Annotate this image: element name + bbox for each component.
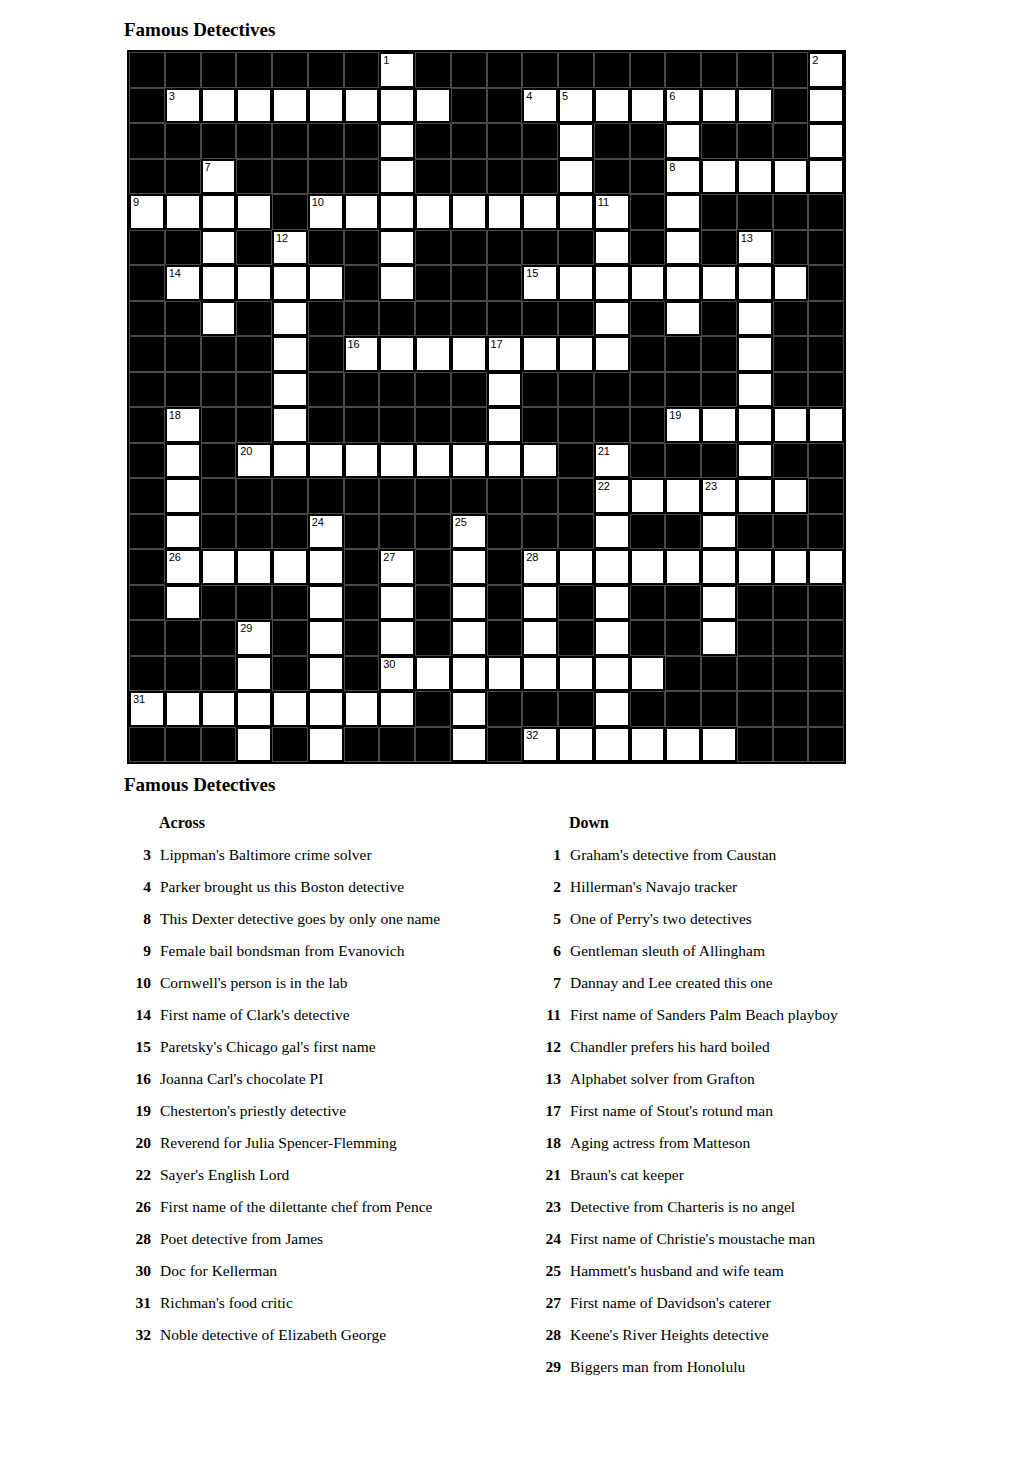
grid-block-r9c6	[308, 336, 344, 372]
down-clue-25: 25Hammett's husband and wife team	[541, 1259, 901, 1282]
grid-cell-r9c7[interactable]: 16	[344, 336, 380, 372]
grid-cell-r20c4[interactable]	[236, 727, 272, 763]
across-clue-text: Richman's food critic	[160, 1291, 486, 1314]
grid-cell-r5c3[interactable]	[201, 194, 237, 230]
grid-cell-r6c16[interactable]	[665, 230, 701, 266]
grid-cell-r17c6[interactable]	[308, 620, 344, 656]
grid-block-r6c1	[129, 230, 165, 266]
across-clue-22: 22Sayer's English Lord	[131, 1163, 486, 1186]
grid-block-r4c15	[630, 159, 666, 195]
grid-cell-r20c15[interactable]	[630, 727, 666, 763]
grid-cell-r11c11[interactable]	[487, 407, 523, 443]
across-clue-number: 26	[131, 1195, 151, 1218]
down-clue-18: 18Aging actress from Matteson	[541, 1131, 901, 1154]
grid-block-r10c8	[379, 372, 415, 408]
grid-cell-r8c5[interactable]	[272, 301, 308, 337]
grid-cell-r9c11[interactable]: 17	[487, 336, 523, 372]
down-clue-number: 28	[541, 1323, 561, 1346]
grid-block-r13c8	[379, 478, 415, 514]
grid-cell-r16c2[interactable]	[165, 585, 201, 621]
across-clue-number: 10	[131, 971, 151, 994]
grid-cell-r2c2[interactable]: 3	[165, 88, 201, 124]
grid-block-r13c20	[808, 478, 844, 514]
grid-block-r16c18	[737, 585, 773, 621]
grid-block-r1c7	[344, 52, 380, 88]
grid-cell-r2c7[interactable]	[344, 88, 380, 124]
grid-cell-r4c13[interactable]	[558, 159, 594, 195]
grid-block-r8c12	[522, 301, 558, 337]
across-clue-text: Paretsky's Chicago gal's first name	[160, 1035, 486, 1058]
grid-block-r10c17	[701, 372, 737, 408]
grid-cell-r9c12[interactable]	[522, 336, 558, 372]
grid-cell-r5c8[interactable]	[379, 194, 415, 230]
grid-block-r14c9	[415, 514, 451, 550]
grid-cell-r7c3[interactable]	[201, 265, 237, 301]
grid-block-r5c5	[272, 194, 308, 230]
grid-cell-r12c4[interactable]: 20	[236, 443, 272, 479]
clue-number-5: 5	[562, 90, 568, 103]
grid-cell-r2c18[interactable]	[737, 88, 773, 124]
across-clue-text: Doc for Kellerman	[160, 1259, 486, 1282]
across-clue-8: 8This Dexter detective goes by only one …	[131, 907, 486, 930]
grid-cell-r14c17[interactable]	[701, 514, 737, 550]
grid-cell-r12c2[interactable]	[165, 443, 201, 479]
grid-cell-r13c2[interactable]	[165, 478, 201, 514]
grid-block-r14c4	[236, 514, 272, 550]
grid-cell-r17c14[interactable]	[594, 620, 630, 656]
grid-cell-r12c5[interactable]	[272, 443, 308, 479]
grid-block-r17c2	[165, 620, 201, 656]
grid-cell-r7c14[interactable]	[594, 265, 630, 301]
clues-title: Famous Detectives	[0, 764, 1028, 796]
grid-cell-r10c11[interactable]	[487, 372, 523, 408]
grid-cell-r16c8[interactable]	[379, 585, 415, 621]
grid-cell-r7c5[interactable]	[272, 265, 308, 301]
grid-cell-r5c2[interactable]	[165, 194, 201, 230]
grid-block-r3c12	[522, 123, 558, 159]
grid-block-r2c10	[451, 88, 487, 124]
grid-block-r19c11	[487, 691, 523, 727]
grid-cell-r16c6[interactable]	[308, 585, 344, 621]
grid-block-r16c3	[201, 585, 237, 621]
grid-cell-r15c17[interactable]	[701, 549, 737, 585]
grid-cell-r4c17[interactable]	[701, 159, 737, 195]
grid-cell-r18c9[interactable]	[415, 656, 451, 692]
grid-cell-r5c16[interactable]	[665, 194, 701, 230]
grid-cell-r2c14[interactable]	[594, 88, 630, 124]
grid-cell-r18c13[interactable]	[558, 656, 594, 692]
grid-cell-r20c14[interactable]	[594, 727, 630, 763]
grid-cell-r12c11[interactable]	[487, 443, 523, 479]
grid-cell-r19c5[interactable]	[272, 691, 308, 727]
grid-block-r10c13	[558, 372, 594, 408]
grid-cell-r13c18[interactable]	[737, 478, 773, 514]
grid-block-r11c6	[308, 407, 344, 443]
grid-cell-r14c10[interactable]: 25	[451, 514, 487, 550]
down-clue-6: 6Gentleman sleuth of Allingham	[541, 939, 901, 962]
across-clue-number: 28	[131, 1227, 151, 1250]
grid-cell-r9c18[interactable]	[737, 336, 773, 372]
grid-cell-r1c8[interactable]: 1	[379, 52, 415, 88]
grid-cell-r5c11[interactable]	[487, 194, 523, 230]
down-clue-number: 13	[541, 1067, 561, 1090]
grid-cell-r13c14[interactable]: 22	[594, 478, 630, 514]
grid-block-r1c9	[415, 52, 451, 88]
grid-cell-r9c13[interactable]	[558, 336, 594, 372]
grid-block-r3c1	[129, 123, 165, 159]
grid-block-r8c4	[236, 301, 272, 337]
grid-cell-r7c4[interactable]	[236, 265, 272, 301]
grid-cell-r17c17[interactable]	[701, 620, 737, 656]
grid-cell-r2c5[interactable]	[272, 88, 308, 124]
grid-block-r13c11	[487, 478, 523, 514]
grid-cell-r15c6[interactable]	[308, 549, 344, 585]
grid-cell-r14c14[interactable]	[594, 514, 630, 550]
grid-block-r15c9	[415, 549, 451, 585]
grid-cell-r13c16[interactable]	[665, 478, 701, 514]
grid-cell-r4c8[interactable]	[379, 159, 415, 195]
grid-cell-r20c12[interactable]: 32	[522, 727, 558, 763]
across-clue-text: Lippman's Baltimore crime solver	[160, 843, 486, 866]
clue-number-13: 13	[741, 232, 753, 245]
puzzle-title: Famous Detectives	[0, 0, 1028, 41]
grid-cell-r9c8[interactable]	[379, 336, 415, 372]
grid-cell-r9c14[interactable]	[594, 336, 630, 372]
down-clue-text: Graham's detective from Caustan	[570, 843, 901, 866]
grid-block-r10c9	[415, 372, 451, 408]
clue-number-9: 9	[133, 196, 139, 209]
grid-cell-r15c4[interactable]	[236, 549, 272, 585]
grid-cell-r5c14[interactable]: 11	[594, 194, 630, 230]
across-clue-30: 30Doc for Kellerman	[131, 1259, 486, 1282]
grid-cell-r11c2[interactable]: 18	[165, 407, 201, 443]
grid-cell-r15c16[interactable]	[665, 549, 701, 585]
grid-cell-r5c12[interactable]	[522, 194, 558, 230]
grid-cell-r19c14[interactable]	[594, 691, 630, 727]
grid-cell-r16c14[interactable]	[594, 585, 630, 621]
grid-cell-r13c15[interactable]	[630, 478, 666, 514]
down-clue-number: 29	[541, 1355, 561, 1378]
clue-number-17: 17	[491, 338, 503, 351]
grid-cell-r2c13[interactable]: 5	[558, 88, 594, 124]
grid-cell-r7c17[interactable]	[701, 265, 737, 301]
grid-block-r12c19	[773, 443, 809, 479]
grid-cell-r4c3[interactable]: 7	[201, 159, 237, 195]
grid-cell-r19c6[interactable]	[308, 691, 344, 727]
grid-cell-r4c18[interactable]	[737, 159, 773, 195]
grid-block-r9c20	[808, 336, 844, 372]
grid-block-r16c15	[630, 585, 666, 621]
grid-cell-r4c20[interactable]	[808, 159, 844, 195]
grid-block-r7c1	[129, 265, 165, 301]
grid-cell-r18c8[interactable]: 30	[379, 656, 415, 692]
grid-cell-r2c16[interactable]: 6	[665, 88, 701, 124]
grid-cell-r14c2[interactable]	[165, 514, 201, 550]
grid-block-r8c15	[630, 301, 666, 337]
grid-cell-r12c14[interactable]: 21	[594, 443, 630, 479]
clue-number-8: 8	[669, 161, 675, 174]
grid-block-r19c20	[808, 691, 844, 727]
grid-cell-r20c10[interactable]	[451, 727, 487, 763]
grid-block-r6c6	[308, 230, 344, 266]
grid-cell-r15c5[interactable]	[272, 549, 308, 585]
grid-cell-r16c10[interactable]	[451, 585, 487, 621]
grid-cell-r2c6[interactable]	[308, 88, 344, 124]
grid-cell-r18c15[interactable]	[630, 656, 666, 692]
grid-cell-r17c4[interactable]: 29	[236, 620, 272, 656]
clue-number-22: 22	[598, 480, 610, 493]
grid-cell-r15c15[interactable]	[630, 549, 666, 585]
grid-cell-r5c6[interactable]: 10	[308, 194, 344, 230]
grid-block-r4c7	[344, 159, 380, 195]
down-clue-number: 17	[541, 1099, 561, 1122]
grid-cell-r17c12[interactable]	[522, 620, 558, 656]
grid-cell-r7c6[interactable]	[308, 265, 344, 301]
grid-cell-r7c19[interactable]	[773, 265, 809, 301]
grid-cell-r15c10[interactable]	[451, 549, 487, 585]
grid-cell-r12c6[interactable]	[308, 443, 344, 479]
grid-cell-r5c4[interactable]	[236, 194, 272, 230]
grid-cell-r2c8[interactable]	[379, 88, 415, 124]
grid-cell-r19c1[interactable]: 31	[129, 691, 165, 727]
grid-block-r14c5	[272, 514, 308, 550]
grid-block-r8c9	[415, 301, 451, 337]
grid-cell-r15c19[interactable]	[773, 549, 809, 585]
grid-cell-r7c12[interactable]: 15	[522, 265, 558, 301]
grid-block-r19c18	[737, 691, 773, 727]
grid-cell-r20c16[interactable]	[665, 727, 701, 763]
grid-block-r9c19	[773, 336, 809, 372]
grid-cell-r8c14[interactable]	[594, 301, 630, 337]
grid-cell-r18c6[interactable]	[308, 656, 344, 692]
grid-block-r3c15	[630, 123, 666, 159]
down-clue-text: Chandler prefers his hard boiled	[570, 1035, 901, 1058]
grid-cell-r9c10[interactable]	[451, 336, 487, 372]
grid-cell-r6c18[interactable]: 13	[737, 230, 773, 266]
grid-cell-r5c13[interactable]	[558, 194, 594, 230]
grid-cell-r14c6[interactable]: 24	[308, 514, 344, 550]
across-clue-number: 16	[131, 1067, 151, 1090]
grid-block-r19c12	[522, 691, 558, 727]
grid-block-r1c16	[665, 52, 701, 88]
clue-number-12: 12	[276, 232, 288, 245]
grid-cell-r18c14[interactable]	[594, 656, 630, 692]
grid-cell-r9c9[interactable]	[415, 336, 451, 372]
grid-cell-r15c2[interactable]: 26	[165, 549, 201, 585]
grid-cell-r18c10[interactable]	[451, 656, 487, 692]
across-clue-number: 32	[131, 1323, 151, 1346]
grid-cell-r18c12[interactable]	[522, 656, 558, 692]
across-clue-15: 15Paretsky's Chicago gal's first name	[131, 1035, 486, 1058]
down-header: Down	[569, 814, 901, 832]
grid-block-r20c7	[344, 727, 380, 763]
grid-block-r11c4	[236, 407, 272, 443]
grid-cell-r4c16[interactable]: 8	[665, 159, 701, 195]
clue-number-2: 2	[812, 54, 818, 67]
grid-cell-r19c2[interactable]	[165, 691, 201, 727]
grid-cell-r12c18[interactable]	[737, 443, 773, 479]
grid-cell-r15c12[interactable]: 28	[522, 549, 558, 585]
grid-cell-r11c5[interactable]	[272, 407, 308, 443]
grid-cell-r11c20[interactable]	[808, 407, 844, 443]
across-clue-text: Joanna Carl's chocolate PI	[160, 1067, 486, 1090]
grid-block-r8c11	[487, 301, 523, 337]
grid-block-r18c16	[665, 656, 701, 692]
grid-cell-r17c10[interactable]	[451, 620, 487, 656]
across-clue-3: 3Lippman's Baltimore crime solver	[131, 843, 486, 866]
grid-block-r15c7	[344, 549, 380, 585]
grid-cell-r15c3[interactable]	[201, 549, 237, 585]
grid-cell-r12c10[interactable]	[451, 443, 487, 479]
grid-block-r16c4	[236, 585, 272, 621]
grid-cell-r16c12[interactable]	[522, 585, 558, 621]
grid-cell-r3c16[interactable]	[665, 123, 701, 159]
grid-cell-r7c8[interactable]	[379, 265, 415, 301]
grid-block-r6c7	[344, 230, 380, 266]
down-clue-text: One of Perry's two detectives	[570, 907, 901, 930]
grid-cell-r2c12[interactable]: 4	[522, 88, 558, 124]
grid-cell-r15c13[interactable]	[558, 549, 594, 585]
grid-cell-r6c5[interactable]: 12	[272, 230, 308, 266]
clue-number-29: 29	[240, 622, 252, 635]
grid-block-r18c18	[737, 656, 773, 692]
grid-cell-r7c16[interactable]	[665, 265, 701, 301]
grid-cell-r2c3[interactable]	[201, 88, 237, 124]
grid-cell-r3c13[interactable]	[558, 123, 594, 159]
down-clue-21: 21Braun's cat keeper	[541, 1163, 901, 1186]
grid-cell-r20c13[interactable]	[558, 727, 594, 763]
grid-block-r13c5	[272, 478, 308, 514]
grid-cell-r8c16[interactable]	[665, 301, 701, 337]
grid-cell-r18c11[interactable]	[487, 656, 523, 692]
clues-section: Across 3Lippman's Baltimore crime solver…	[131, 814, 1028, 1387]
across-clue-number: 22	[131, 1163, 151, 1186]
grid-cell-r2c4[interactable]	[236, 88, 272, 124]
grid-block-r10c12	[522, 372, 558, 408]
grid-cell-r19c4[interactable]	[236, 691, 272, 727]
grid-cell-r8c3[interactable]	[201, 301, 237, 337]
grid-cell-r10c18[interactable]	[737, 372, 773, 408]
grid-cell-r19c7[interactable]	[344, 691, 380, 727]
grid-cell-r7c18[interactable]	[737, 265, 773, 301]
clue-number-25: 25	[455, 516, 467, 529]
grid-cell-r12c7[interactable]	[344, 443, 380, 479]
grid-block-r3c18	[737, 123, 773, 159]
grid-cell-r19c10[interactable]	[451, 691, 487, 727]
grid-cell-r7c13[interactable]	[558, 265, 594, 301]
grid-cell-r8c18[interactable]	[737, 301, 773, 337]
grid-cell-r2c20[interactable]	[808, 88, 844, 124]
grid-block-r4c14	[594, 159, 630, 195]
grid-cell-r3c20[interactable]	[808, 123, 844, 159]
grid-cell-r16c17[interactable]	[701, 585, 737, 621]
grid-cell-r5c7[interactable]	[344, 194, 380, 230]
clue-number-26: 26	[169, 551, 181, 564]
grid-block-r16c16	[665, 585, 701, 621]
grid-cell-r11c16[interactable]: 19	[665, 407, 701, 443]
down-clue-13: 13Alphabet solver from Grafton	[541, 1067, 901, 1090]
grid-block-r17c1	[129, 620, 165, 656]
grid-cell-r5c10[interactable]	[451, 194, 487, 230]
across-clue-text: Noble detective of Elizabeth George	[160, 1323, 486, 1346]
grid-cell-r6c8[interactable]	[379, 230, 415, 266]
grid-cell-r12c9[interactable]	[415, 443, 451, 479]
grid-cell-r20c6[interactable]	[308, 727, 344, 763]
grid-cell-r15c18[interactable]	[737, 549, 773, 585]
grid-cell-r6c3[interactable]	[201, 230, 237, 266]
grid-block-r16c1	[129, 585, 165, 621]
grid-cell-r11c19[interactable]	[773, 407, 809, 443]
grid-block-r20c2	[165, 727, 201, 763]
grid-cell-r1c20[interactable]: 2	[808, 52, 844, 88]
grid-cell-r3c8[interactable]	[379, 123, 415, 159]
grid-block-r13c1	[129, 478, 165, 514]
grid-block-r13c12	[522, 478, 558, 514]
grid-cell-r13c19[interactable]	[773, 478, 809, 514]
down-clue-text: First name of Davidson's caterer	[570, 1291, 901, 1314]
grid-cell-r10c5[interactable]	[272, 372, 308, 408]
grid-block-r18c3	[201, 656, 237, 692]
across-clue-text: Parker brought us this Boston detective	[160, 875, 486, 898]
grid-block-r14c20	[808, 514, 844, 550]
grid-cell-r20c17[interactable]	[701, 727, 737, 763]
grid-cell-r19c3[interactable]	[201, 691, 237, 727]
grid-cell-r12c12[interactable]	[522, 443, 558, 479]
grid-block-r14c8	[379, 514, 415, 550]
down-clues-column: Down 1Graham's detective from Caustan2Hi…	[541, 814, 901, 1387]
grid-block-r8c10	[451, 301, 487, 337]
grid-cell-r12c8[interactable]	[379, 443, 415, 479]
grid-block-r1c10	[451, 52, 487, 88]
grid-block-r4c4	[236, 159, 272, 195]
grid-cell-r15c14[interactable]	[594, 549, 630, 585]
crossword-grid: 1234567891011121314151617181920212223242…	[127, 50, 846, 764]
grid-cell-r5c9[interactable]	[415, 194, 451, 230]
grid-block-r3c7	[344, 123, 380, 159]
grid-block-r3c19	[773, 123, 809, 159]
grid-cell-r5c1[interactable]: 9	[129, 194, 165, 230]
down-clue-7: 7Dannay and Lee created this one	[541, 971, 901, 994]
across-header: Across	[159, 814, 486, 832]
grid-cell-r7c15[interactable]	[630, 265, 666, 301]
grid-cell-r6c14[interactable]	[594, 230, 630, 266]
down-clue-27: 27First name of Davidson's caterer	[541, 1291, 901, 1314]
grid-block-r4c1	[129, 159, 165, 195]
grid-block-r6c2	[165, 230, 201, 266]
grid-cell-r4c19[interactable]	[773, 159, 809, 195]
grid-block-r13c3	[201, 478, 237, 514]
grid-cell-r17c8[interactable]	[379, 620, 415, 656]
grid-cell-r2c15[interactable]	[630, 88, 666, 124]
grid-cell-r19c8[interactable]	[379, 691, 415, 727]
grid-block-r8c19	[773, 301, 809, 337]
grid-cell-r18c4[interactable]	[236, 656, 272, 692]
grid-cell-r7c2[interactable]: 14	[165, 265, 201, 301]
grid-cell-r11c18[interactable]	[737, 407, 773, 443]
grid-cell-r15c8[interactable]: 27	[379, 549, 415, 585]
grid-block-r5c20	[808, 194, 844, 230]
grid-cell-r2c17[interactable]	[701, 88, 737, 124]
grid-block-r8c17	[701, 301, 737, 337]
grid-cell-r11c17[interactable]	[701, 407, 737, 443]
grid-cell-r13c17[interactable]: 23	[701, 478, 737, 514]
grid-block-r12c17	[701, 443, 737, 479]
grid-block-r1c3	[201, 52, 237, 88]
grid-cell-r15c20[interactable]	[808, 549, 844, 585]
grid-cell-r9c5[interactable]	[272, 336, 308, 372]
grid-block-r9c4	[236, 336, 272, 372]
grid-cell-r2c9[interactable]	[415, 88, 451, 124]
